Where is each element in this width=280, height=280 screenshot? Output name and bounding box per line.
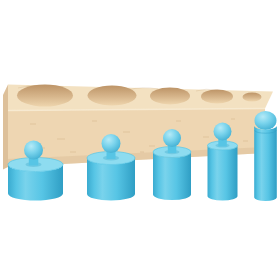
cylinder-1-knob [24,141,43,160]
cylinder-5-knob [255,111,277,130]
cylinder-5 [254,111,277,201]
block-hole-3 [150,88,190,105]
cylinder-3-body [153,152,191,200]
block-hole-4 [201,90,233,104]
scene-svg [0,0,280,280]
cylinder-2-knob [102,134,121,153]
cylinder-4-body [208,146,238,201]
cylinder-4-knob [214,123,232,141]
cylinder-5-body [254,126,277,201]
block-hole-5 [243,93,262,102]
cylinder-3-knob [163,129,181,147]
block-hole-1 [17,85,73,107]
block-left-face [3,85,8,170]
product-photo [0,0,280,280]
block-hole-2 [88,86,137,106]
